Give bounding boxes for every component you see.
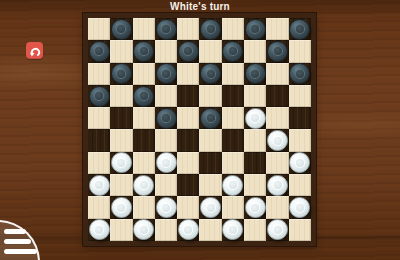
square-r7c9: [266, 152, 288, 174]
black-piece[interactable]: [200, 108, 221, 129]
menu-bar: [4, 229, 26, 234]
white-piece[interactable]: [267, 219, 288, 240]
square-r10c4: [155, 219, 177, 241]
black-piece[interactable]: [222, 41, 243, 62]
square-r8c6: [199, 174, 221, 196]
square-r4c7[interactable]: [222, 85, 244, 107]
square-r8c2: [110, 174, 132, 196]
square-r2c1[interactable]: [88, 40, 110, 62]
square-r4c8: [244, 85, 266, 107]
square-r4c1[interactable]: [88, 85, 110, 107]
square-r4c4: [155, 85, 177, 107]
square-r5c5: [177, 107, 199, 129]
square-r9c10[interactable]: [289, 196, 311, 218]
square-r2c8: [244, 40, 266, 62]
square-r1c10[interactable]: [289, 18, 311, 40]
white-piece[interactable]: [245, 197, 266, 218]
turn-indicator: White's turn: [0, 1, 400, 12]
menu-bar: [4, 249, 37, 254]
square-r3c1: [88, 63, 110, 85]
black-piece[interactable]: [133, 86, 154, 107]
square-r5c6[interactable]: [199, 107, 221, 129]
square-r9c7: [222, 196, 244, 218]
square-r1c2[interactable]: [110, 18, 132, 40]
square-r8c9[interactable]: [266, 174, 288, 196]
square-r1c1: [88, 18, 110, 40]
square-r6c3[interactable]: [133, 129, 155, 151]
square-r8c1[interactable]: [88, 174, 110, 196]
square-r10c7[interactable]: [222, 219, 244, 241]
black-piece[interactable]: [200, 19, 221, 40]
black-piece[interactable]: [178, 41, 199, 62]
square-r5c4[interactable]: [155, 107, 177, 129]
black-piece[interactable]: [245, 19, 266, 40]
square-r9c1: [88, 196, 110, 218]
undo-button[interactable]: [26, 42, 43, 59]
black-piece[interactable]: [289, 19, 310, 40]
white-piece[interactable]: [267, 175, 288, 196]
square-r10c8: [244, 219, 266, 241]
square-r7c2[interactable]: [110, 152, 132, 174]
square-r8c8: [244, 174, 266, 196]
square-r5c3: [133, 107, 155, 129]
square-r5c9: [266, 107, 288, 129]
square-r8c3[interactable]: [133, 174, 155, 196]
square-r9c9: [266, 196, 288, 218]
square-r1c3: [133, 18, 155, 40]
white-piece[interactable]: [156, 197, 177, 218]
white-piece[interactable]: [178, 219, 199, 240]
square-r1c8[interactable]: [244, 18, 266, 40]
white-piece[interactable]: [111, 197, 132, 218]
square-r5c7: [222, 107, 244, 129]
square-r8c5[interactable]: [177, 174, 199, 196]
black-piece[interactable]: [245, 63, 266, 84]
black-piece[interactable]: [200, 63, 221, 84]
black-piece[interactable]: [89, 86, 110, 107]
menu-button[interactable]: [0, 220, 40, 260]
black-piece[interactable]: [267, 41, 288, 62]
square-r5c8[interactable]: [244, 107, 266, 129]
square-r6c6: [199, 129, 221, 151]
checkers-board: [83, 13, 316, 246]
square-r6c2: [110, 129, 132, 151]
square-r1c4[interactable]: [155, 18, 177, 40]
undo-icon: [29, 45, 41, 57]
square-r4c10: [289, 85, 311, 107]
square-r2c9[interactable]: [266, 40, 288, 62]
black-piece[interactable]: [289, 63, 310, 84]
square-r2c5[interactable]: [177, 40, 199, 62]
square-r1c7: [222, 18, 244, 40]
square-r6c8: [244, 129, 266, 151]
square-r4c2: [110, 85, 132, 107]
square-r7c10[interactable]: [289, 152, 311, 174]
square-r10c1[interactable]: [88, 219, 110, 241]
black-piece[interactable]: [111, 19, 132, 40]
square-r2c6: [199, 40, 221, 62]
white-piece[interactable]: [267, 130, 288, 151]
square-r3c7: [222, 63, 244, 85]
black-piece[interactable]: [133, 41, 154, 62]
square-r10c6: [199, 219, 221, 241]
white-piece[interactable]: [133, 175, 154, 196]
square-r3c3: [133, 63, 155, 85]
square-r9c8[interactable]: [244, 196, 266, 218]
square-r2c3[interactable]: [133, 40, 155, 62]
square-r1c5: [177, 18, 199, 40]
square-r6c5[interactable]: [177, 129, 199, 151]
square-r9c6[interactable]: [199, 196, 221, 218]
square-r5c1: [88, 107, 110, 129]
black-piece[interactable]: [156, 108, 177, 129]
square-r6c10: [289, 129, 311, 151]
square-r10c3[interactable]: [133, 219, 155, 241]
board-grid: [88, 18, 311, 241]
white-piece[interactable]: [222, 219, 243, 240]
square-r9c5: [177, 196, 199, 218]
square-r7c8[interactable]: [244, 152, 266, 174]
square-r6c7[interactable]: [222, 129, 244, 151]
square-r4c5[interactable]: [177, 85, 199, 107]
square-r9c4[interactable]: [155, 196, 177, 218]
square-r4c3[interactable]: [133, 85, 155, 107]
square-r3c4[interactable]: [155, 63, 177, 85]
square-r3c10[interactable]: [289, 63, 311, 85]
square-r7c7: [222, 152, 244, 174]
square-r3c5: [177, 63, 199, 85]
white-piece[interactable]: [156, 152, 177, 173]
menu-bar: [4, 239, 31, 244]
square-r1c9: [266, 18, 288, 40]
square-r5c2[interactable]: [110, 107, 132, 129]
white-piece[interactable]: [133, 219, 154, 240]
square-r7c6[interactable]: [199, 152, 221, 174]
white-piece[interactable]: [222, 175, 243, 196]
square-r9c3: [133, 196, 155, 218]
white-piece[interactable]: [289, 152, 310, 173]
square-r4c6: [199, 85, 221, 107]
square-r8c7[interactable]: [222, 174, 244, 196]
square-r8c4: [155, 174, 177, 196]
square-r8c10: [289, 174, 311, 196]
square-r10c10: [289, 219, 311, 241]
square-r4c9[interactable]: [266, 85, 288, 107]
square-r2c2: [110, 40, 132, 62]
square-r3c2[interactable]: [110, 63, 132, 85]
square-r3c9: [266, 63, 288, 85]
square-r6c1[interactable]: [88, 129, 110, 151]
white-piece[interactable]: [245, 108, 266, 129]
white-piece[interactable]: [200, 197, 221, 218]
square-r10c5[interactable]: [177, 219, 199, 241]
white-piece[interactable]: [89, 175, 110, 196]
square-r5c10[interactable]: [289, 107, 311, 129]
square-r6c4: [155, 129, 177, 151]
black-piece[interactable]: [111, 63, 132, 84]
white-piece[interactable]: [89, 219, 110, 240]
square-r2c10: [289, 40, 311, 62]
game-screen: White's turn: [0, 0, 400, 260]
square-r10c2: [110, 219, 132, 241]
black-piece[interactable]: [156, 63, 177, 84]
square-r7c4[interactable]: [155, 152, 177, 174]
square-r6c9[interactable]: [266, 129, 288, 151]
square-r10c9[interactable]: [266, 219, 288, 241]
square-r2c7[interactable]: [222, 40, 244, 62]
black-piece[interactable]: [89, 41, 110, 62]
square-r7c3: [133, 152, 155, 174]
square-r2c4: [155, 40, 177, 62]
square-r7c1: [88, 152, 110, 174]
square-r7c5: [177, 152, 199, 174]
square-r3c8[interactable]: [244, 63, 266, 85]
square-r1c6[interactable]: [199, 18, 221, 40]
square-r9c2[interactable]: [110, 196, 132, 218]
white-piece[interactable]: [111, 152, 132, 173]
square-r3c6[interactable]: [199, 63, 221, 85]
black-piece[interactable]: [156, 19, 177, 40]
white-piece[interactable]: [289, 197, 310, 218]
